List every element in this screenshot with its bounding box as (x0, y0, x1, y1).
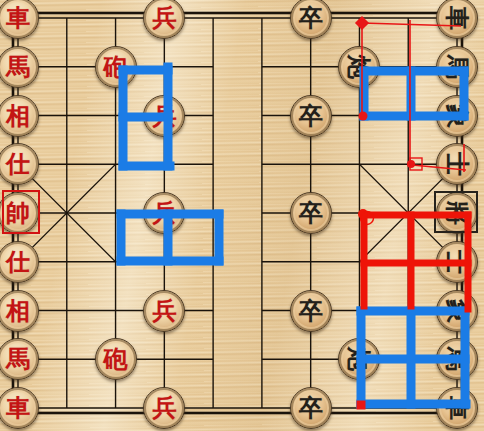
red-dot-marker (358, 209, 368, 219)
red-dot-marker (359, 112, 368, 121)
red-pen-thin-lines (362, 23, 461, 26)
red-pen-thin-lines (412, 165, 466, 170)
red-square-marker (357, 401, 366, 410)
xiangqi-board[interactable]: 車馬相仕帥仕相馬車砲砲兵兵兵兵兵車馬象士將士象馬車炮炮卒卒卒卒卒 (0, 0, 484, 431)
annotation-overlay (0, 0, 484, 431)
red-arrowhead-marker (355, 16, 369, 30)
red-dot-marker (407, 160, 415, 168)
